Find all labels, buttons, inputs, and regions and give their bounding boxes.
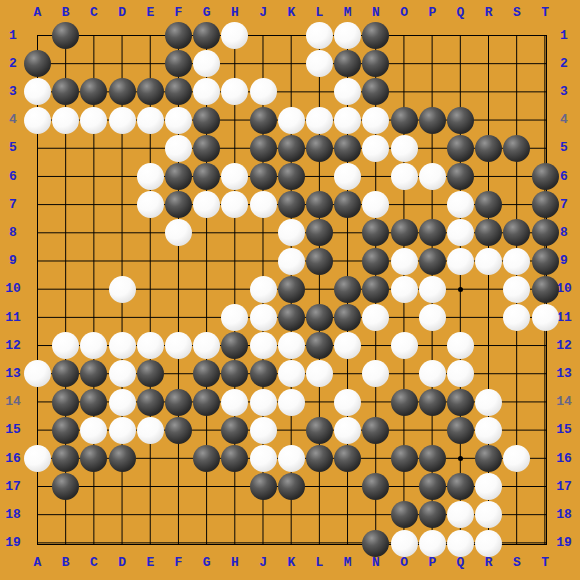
row-label-5: 5 bbox=[552, 140, 576, 156]
stone-black-C14[interactable] bbox=[80, 389, 107, 416]
stone-white-D4[interactable] bbox=[109, 107, 136, 134]
row-label-12: 12 bbox=[552, 338, 576, 354]
column-label-E: E bbox=[138, 5, 162, 21]
stone-black-K7[interactable] bbox=[278, 191, 305, 218]
row-label-14: 14 bbox=[1, 394, 25, 410]
row-label-17: 17 bbox=[552, 479, 576, 495]
row-label-4: 4 bbox=[552, 112, 576, 128]
stone-black-P18[interactable] bbox=[419, 501, 446, 528]
stone-black-J5[interactable] bbox=[250, 135, 277, 162]
row-label-14: 14 bbox=[552, 394, 576, 410]
stone-black-J6[interactable] bbox=[250, 163, 277, 190]
stone-white-J14[interactable] bbox=[250, 389, 277, 416]
column-label-J: J bbox=[251, 5, 275, 21]
column-label-K: K bbox=[279, 5, 303, 21]
stone-white-Q12[interactable] bbox=[447, 332, 474, 359]
stone-black-P14[interactable] bbox=[419, 389, 446, 416]
stone-white-O10[interactable] bbox=[391, 276, 418, 303]
stone-black-E13[interactable] bbox=[137, 360, 164, 387]
stone-white-A16[interactable] bbox=[24, 445, 51, 472]
stone-black-M16[interactable] bbox=[334, 445, 361, 472]
stone-black-O16[interactable] bbox=[391, 445, 418, 472]
stone-black-L7[interactable] bbox=[306, 191, 333, 218]
stone-black-R5[interactable] bbox=[475, 135, 502, 162]
stone-white-J3[interactable] bbox=[250, 78, 277, 105]
stone-white-M14[interactable] bbox=[334, 389, 361, 416]
column-label-Q: Q bbox=[449, 5, 473, 21]
stone-black-F6[interactable] bbox=[165, 163, 192, 190]
column-label-T: T bbox=[533, 555, 557, 571]
stone-black-Q5[interactable] bbox=[447, 135, 474, 162]
stone-black-L5[interactable] bbox=[306, 135, 333, 162]
column-label-A: A bbox=[26, 5, 50, 21]
column-label-G: G bbox=[195, 555, 219, 571]
stone-black-M5[interactable] bbox=[334, 135, 361, 162]
stone-white-F4[interactable] bbox=[165, 107, 192, 134]
stone-black-G5[interactable] bbox=[193, 135, 220, 162]
row-label-17: 17 bbox=[1, 479, 25, 495]
stone-white-B4[interactable] bbox=[52, 107, 79, 134]
row-label-16: 16 bbox=[552, 451, 576, 467]
stone-black-J13[interactable] bbox=[250, 360, 277, 387]
stone-white-K16[interactable] bbox=[278, 445, 305, 472]
stone-black-T6[interactable] bbox=[532, 163, 559, 190]
star-point-Q16 bbox=[458, 456, 463, 461]
stone-white-J12[interactable] bbox=[250, 332, 277, 359]
row-label-4: 4 bbox=[1, 112, 25, 128]
row-label-18: 18 bbox=[1, 507, 25, 523]
stone-black-F2[interactable] bbox=[165, 50, 192, 77]
stone-black-Q4[interactable] bbox=[447, 107, 474, 134]
stone-white-O12[interactable] bbox=[391, 332, 418, 359]
column-label-B: B bbox=[54, 555, 78, 571]
stone-black-L9[interactable] bbox=[306, 248, 333, 275]
column-label-S: S bbox=[505, 5, 529, 21]
stone-black-G6[interactable] bbox=[193, 163, 220, 190]
row-label-13: 13 bbox=[1, 366, 25, 382]
stone-white-O6[interactable] bbox=[391, 163, 418, 190]
stone-white-E15[interactable] bbox=[137, 417, 164, 444]
stone-black-E14[interactable] bbox=[137, 389, 164, 416]
column-label-L: L bbox=[308, 555, 332, 571]
stone-black-O8[interactable] bbox=[391, 219, 418, 246]
row-label-9: 9 bbox=[1, 253, 25, 269]
column-label-M: M bbox=[336, 555, 360, 571]
stone-black-K10[interactable] bbox=[278, 276, 305, 303]
stone-black-F14[interactable] bbox=[165, 389, 192, 416]
stone-black-E3[interactable] bbox=[137, 78, 164, 105]
stone-white-F12[interactable] bbox=[165, 332, 192, 359]
stone-black-M10[interactable] bbox=[334, 276, 361, 303]
stone-black-Q15[interactable] bbox=[447, 417, 474, 444]
column-label-L: L bbox=[308, 5, 332, 21]
column-label-D: D bbox=[110, 5, 134, 21]
stone-white-D10[interactable] bbox=[109, 276, 136, 303]
stone-white-P10[interactable] bbox=[419, 276, 446, 303]
stone-white-N5[interactable] bbox=[362, 135, 389, 162]
stone-black-B1[interactable] bbox=[52, 22, 79, 49]
stone-white-K14[interactable] bbox=[278, 389, 305, 416]
stone-black-G14[interactable] bbox=[193, 389, 220, 416]
stone-black-D16[interactable] bbox=[109, 445, 136, 472]
column-label-O: O bbox=[392, 555, 416, 571]
stone-black-O14[interactable] bbox=[391, 389, 418, 416]
stone-black-L12[interactable] bbox=[306, 332, 333, 359]
stone-black-Q14[interactable] bbox=[447, 389, 474, 416]
column-label-R: R bbox=[477, 555, 501, 571]
stone-black-T9[interactable] bbox=[532, 248, 559, 275]
row-label-2: 2 bbox=[552, 56, 576, 72]
stone-white-S9[interactable] bbox=[503, 248, 530, 275]
column-label-F: F bbox=[167, 555, 191, 571]
row-label-19: 19 bbox=[552, 535, 576, 551]
stone-black-K17[interactable] bbox=[278, 473, 305, 500]
stone-black-L16[interactable] bbox=[306, 445, 333, 472]
stone-black-M11[interactable] bbox=[334, 304, 361, 331]
stone-black-G16[interactable] bbox=[193, 445, 220, 472]
column-label-G: G bbox=[195, 5, 219, 21]
stone-white-K4[interactable] bbox=[278, 107, 305, 134]
stone-black-T7[interactable] bbox=[532, 191, 559, 218]
row-label-11: 11 bbox=[1, 310, 25, 326]
stone-white-N4[interactable] bbox=[362, 107, 389, 134]
stone-white-H14[interactable] bbox=[221, 389, 248, 416]
row-label-5: 5 bbox=[1, 140, 25, 156]
stone-black-K6[interactable] bbox=[278, 163, 305, 190]
row-label-8: 8 bbox=[1, 225, 25, 241]
stone-black-L15[interactable] bbox=[306, 417, 333, 444]
stone-black-H15[interactable] bbox=[221, 417, 248, 444]
column-label-R: R bbox=[477, 5, 501, 21]
stone-white-E6[interactable] bbox=[137, 163, 164, 190]
column-label-P: P bbox=[420, 5, 444, 21]
row-label-18: 18 bbox=[552, 507, 576, 523]
row-label-1: 1 bbox=[552, 28, 576, 44]
column-label-K: K bbox=[279, 555, 303, 571]
row-label-15: 15 bbox=[552, 422, 576, 438]
stone-white-A4[interactable] bbox=[24, 107, 51, 134]
stone-white-E7[interactable] bbox=[137, 191, 164, 218]
stone-black-G1[interactable] bbox=[193, 22, 220, 49]
column-label-N: N bbox=[364, 5, 388, 21]
stone-white-J7[interactable] bbox=[250, 191, 277, 218]
column-label-Q: Q bbox=[449, 555, 473, 571]
stone-white-P19[interactable] bbox=[419, 530, 446, 557]
stone-black-T10[interactable] bbox=[532, 276, 559, 303]
stone-white-R9[interactable] bbox=[475, 248, 502, 275]
stone-black-N15[interactable] bbox=[362, 417, 389, 444]
stone-white-L4[interactable] bbox=[306, 107, 333, 134]
stone-black-A2[interactable] bbox=[24, 50, 51, 77]
stone-black-N19[interactable] bbox=[362, 530, 389, 557]
stone-white-J10[interactable] bbox=[250, 276, 277, 303]
column-label-J: J bbox=[251, 555, 275, 571]
stone-black-G4[interactable] bbox=[193, 107, 220, 134]
stone-white-O9[interactable] bbox=[391, 248, 418, 275]
stone-white-L2[interactable] bbox=[306, 50, 333, 77]
stone-black-R16[interactable] bbox=[475, 445, 502, 472]
star-point-Q10 bbox=[458, 287, 463, 292]
stone-white-M15[interactable] bbox=[334, 417, 361, 444]
column-label-M: M bbox=[336, 5, 360, 21]
stone-black-B16[interactable] bbox=[52, 445, 79, 472]
stone-black-P9[interactable] bbox=[419, 248, 446, 275]
stone-black-P17[interactable] bbox=[419, 473, 446, 500]
stone-black-J4[interactable] bbox=[250, 107, 277, 134]
stone-black-L11[interactable] bbox=[306, 304, 333, 331]
row-label-15: 15 bbox=[1, 422, 25, 438]
stone-white-E4[interactable] bbox=[137, 107, 164, 134]
stone-black-Q6[interactable] bbox=[447, 163, 474, 190]
stone-white-T11[interactable] bbox=[532, 304, 559, 331]
stone-black-T8[interactable] bbox=[532, 219, 559, 246]
stone-white-C4[interactable] bbox=[80, 107, 107, 134]
row-label-1: 1 bbox=[1, 28, 25, 44]
stone-white-K9[interactable] bbox=[278, 248, 305, 275]
stone-black-Q17[interactable] bbox=[447, 473, 474, 500]
stone-white-Q19[interactable] bbox=[447, 530, 474, 557]
stone-white-M1[interactable] bbox=[334, 22, 361, 49]
stone-white-K13[interactable] bbox=[278, 360, 305, 387]
stone-white-E12[interactable] bbox=[137, 332, 164, 359]
stone-black-N10[interactable] bbox=[362, 276, 389, 303]
stone-white-D12[interactable] bbox=[109, 332, 136, 359]
row-label-2: 2 bbox=[1, 56, 25, 72]
stone-white-P6[interactable] bbox=[419, 163, 446, 190]
stone-black-F7[interactable] bbox=[165, 191, 192, 218]
row-label-13: 13 bbox=[552, 366, 576, 382]
row-label-6: 6 bbox=[1, 169, 25, 185]
row-label-16: 16 bbox=[1, 451, 25, 467]
go-board-screenshot: ABCDEFGHJKLMNOPQRST ABCDEFGHJKLMNOPQRST … bbox=[0, 0, 580, 580]
column-label-E: E bbox=[138, 555, 162, 571]
column-label-N: N bbox=[364, 555, 388, 571]
stone-black-K5[interactable] bbox=[278, 135, 305, 162]
stone-white-J16[interactable] bbox=[250, 445, 277, 472]
column-label-F: F bbox=[167, 5, 191, 21]
stone-black-F15[interactable] bbox=[165, 417, 192, 444]
row-label-3: 3 bbox=[552, 84, 576, 100]
column-label-D: D bbox=[110, 555, 134, 571]
stone-white-P13[interactable] bbox=[419, 360, 446, 387]
stone-black-S5[interactable] bbox=[503, 135, 530, 162]
stone-white-D15[interactable] bbox=[109, 417, 136, 444]
column-label-T: T bbox=[533, 5, 557, 21]
stone-white-S10[interactable] bbox=[503, 276, 530, 303]
row-label-10: 10 bbox=[1, 281, 25, 297]
stone-white-J15[interactable] bbox=[250, 417, 277, 444]
stone-white-D13[interactable] bbox=[109, 360, 136, 387]
stone-black-O18[interactable] bbox=[391, 501, 418, 528]
stone-white-Q9[interactable] bbox=[447, 248, 474, 275]
column-label-H: H bbox=[223, 5, 247, 21]
stone-black-J17[interactable] bbox=[250, 473, 277, 500]
column-label-S: S bbox=[505, 555, 529, 571]
stone-white-R14[interactable] bbox=[475, 389, 502, 416]
stone-white-K12[interactable] bbox=[278, 332, 305, 359]
stone-white-L1[interactable] bbox=[306, 22, 333, 49]
stone-black-D3[interactable] bbox=[109, 78, 136, 105]
column-label-O: O bbox=[392, 5, 416, 21]
stone-black-O4[interactable] bbox=[391, 107, 418, 134]
row-label-19: 19 bbox=[1, 535, 25, 551]
stone-white-F5[interactable] bbox=[165, 135, 192, 162]
stone-white-O5[interactable] bbox=[391, 135, 418, 162]
stone-white-M4[interactable] bbox=[334, 107, 361, 134]
stone-black-N9[interactable] bbox=[362, 248, 389, 275]
row-label-7: 7 bbox=[1, 197, 25, 213]
stone-white-Q7[interactable] bbox=[447, 191, 474, 218]
column-label-C: C bbox=[82, 555, 106, 571]
stone-white-J11[interactable] bbox=[250, 304, 277, 331]
stone-black-P8[interactable] bbox=[419, 219, 446, 246]
stone-black-B14[interactable] bbox=[52, 389, 79, 416]
column-label-C: C bbox=[82, 5, 106, 21]
stone-black-F1[interactable] bbox=[165, 22, 192, 49]
column-label-B: B bbox=[54, 5, 78, 21]
stone-black-P16[interactable] bbox=[419, 445, 446, 472]
column-label-H: H bbox=[223, 555, 247, 571]
stone-white-R19[interactable] bbox=[475, 530, 502, 557]
stone-black-B15[interactable] bbox=[52, 417, 79, 444]
column-label-P: P bbox=[420, 555, 444, 571]
stone-white-O19[interactable] bbox=[391, 530, 418, 557]
stone-black-P4[interactable] bbox=[419, 107, 446, 134]
row-label-3: 3 bbox=[1, 84, 25, 100]
stone-white-D14[interactable] bbox=[109, 389, 136, 416]
stone-white-M6[interactable] bbox=[334, 163, 361, 190]
row-label-12: 12 bbox=[1, 338, 25, 354]
stone-white-C15[interactable] bbox=[80, 417, 107, 444]
stone-black-K11[interactable] bbox=[278, 304, 305, 331]
stone-white-P11[interactable] bbox=[419, 304, 446, 331]
stone-white-R15[interactable] bbox=[475, 417, 502, 444]
stone-white-K8[interactable] bbox=[278, 219, 305, 246]
column-label-A: A bbox=[26, 555, 50, 571]
